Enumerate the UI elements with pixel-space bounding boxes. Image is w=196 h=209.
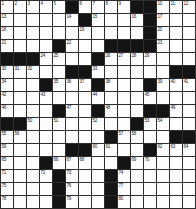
cell-r8-c1[interactable]: 42: [1, 92, 13, 104]
cell-r2-c5[interactable]: [53, 14, 65, 26]
cell-r11-c8[interactable]: [92, 131, 104, 143]
cell-r1-c14[interactable]: 11: [170, 1, 182, 13]
black-cell-r4-c9: [105, 40, 117, 52]
cell-r15-c13[interactable]: [157, 183, 169, 195]
cell-r13-c5[interactable]: 66: [53, 157, 65, 169]
cell-r7-c14[interactable]: 40: [170, 79, 182, 91]
cell-r7-c2[interactable]: [14, 79, 26, 91]
clue-number: 42: [2, 92, 7, 97]
cell-r1-c10[interactable]: 9: [118, 1, 130, 13]
cell-r4-c3[interactable]: [27, 40, 39, 52]
cell-r3-c1[interactable]: 18: [1, 27, 13, 39]
cell-r2-c1[interactable]: 13: [1, 14, 13, 26]
clue-number: 27: [119, 53, 124, 58]
cell-r15-c6[interactable]: 76: [66, 183, 78, 195]
cell-r2-c13[interactable]: 17: [157, 14, 169, 26]
clue-number: 77: [119, 183, 124, 188]
black-cell-r16-c9: [105, 196, 117, 208]
cell-r16-c14[interactable]: [170, 196, 182, 208]
cell-r12-c4[interactable]: [40, 144, 52, 156]
clue-number: 51: [54, 118, 59, 123]
cell-r16-c13[interactable]: [157, 196, 169, 208]
black-cell-r15-c5: [53, 183, 65, 195]
cell-r10-c5[interactable]: 51: [53, 118, 65, 130]
cell-r16-c15[interactable]: [183, 196, 195, 208]
cell-r6-c1[interactable]: 30: [1, 66, 13, 78]
cell-r1-c4[interactable]: 4: [40, 1, 52, 13]
black-cell-r12-c12: [144, 144, 156, 156]
cell-r14-c7[interactable]: [79, 170, 91, 182]
clue-number: 31: [15, 66, 20, 71]
cell-r13-c3[interactable]: [27, 157, 39, 169]
cell-r13-c1[interactable]: 65: [1, 157, 13, 169]
cell-r15-c7[interactable]: [79, 183, 91, 195]
clue-number: 45: [145, 92, 150, 97]
cell-r4-c15[interactable]: [183, 40, 195, 52]
clue-number: 43: [41, 92, 46, 97]
cell-r12-c2[interactable]: [14, 144, 26, 156]
cell-r11-c6[interactable]: [66, 131, 78, 143]
cell-r15-c15[interactable]: [183, 183, 195, 195]
cell-r14-c15[interactable]: [183, 170, 195, 182]
cell-r3-c4[interactable]: [40, 27, 52, 39]
black-cell-r15-c9: [105, 183, 117, 195]
cell-r5-c11[interactable]: 28: [131, 53, 143, 65]
clue-number: 76: [67, 183, 72, 188]
cell-r4-c13[interactable]: 23: [157, 40, 169, 52]
cell-r9-c4[interactable]: [40, 105, 52, 117]
black-cell-r3-c12: [144, 27, 156, 39]
cell-r5-c12[interactable]: 29: [144, 53, 156, 65]
cell-r13-c2[interactable]: [14, 157, 26, 169]
cell-r9-c10[interactable]: [118, 105, 130, 117]
cell-r13-c13[interactable]: [157, 157, 169, 169]
black-cell-r12-c7: [79, 144, 91, 156]
black-cell-r13-c10: [118, 157, 130, 169]
clue-number: 59: [2, 144, 7, 149]
cell-r13-c12[interactable]: 70: [144, 157, 156, 169]
black-cell-r1-c11: [131, 1, 143, 13]
cell-r5-c5[interactable]: 25: [53, 53, 65, 65]
black-cell-r7-c12: [144, 79, 156, 91]
cell-r12-c15[interactable]: 64: [183, 144, 195, 156]
cell-r7-c15[interactable]: 41: [183, 79, 195, 91]
cell-r6-c8[interactable]: 33: [92, 66, 104, 78]
cell-r10-c15[interactable]: [183, 118, 195, 130]
cell-r2-c11[interactable]: 16: [131, 14, 143, 26]
cell-r7-c9[interactable]: 38: [105, 79, 117, 91]
clue-number: 68: [80, 157, 85, 162]
crossword-grid: 1234567891011121314151617181920212223242…: [0, 0, 196, 209]
black-cell-r4-c11: [131, 40, 143, 52]
cell-r2-c9[interactable]: [105, 14, 117, 26]
black-cell-r1-c6: [66, 1, 78, 13]
cell-r10-c12[interactable]: 53: [144, 118, 156, 130]
cell-r15-c11[interactable]: [131, 183, 143, 195]
cell-r6-c5[interactable]: [53, 66, 65, 78]
clue-number: 53: [145, 118, 150, 123]
cell-r11-c3[interactable]: [27, 131, 39, 143]
cell-r2-c10[interactable]: [118, 14, 130, 26]
cell-r6-c9[interactable]: [105, 66, 117, 78]
cell-r11-c1[interactable]: 55: [1, 131, 13, 143]
black-cell-r9-c12: [144, 105, 156, 117]
black-cell-r9-c8: [92, 105, 104, 117]
cell-r15-c3[interactable]: [27, 183, 39, 195]
cell-r11-c12[interactable]: [144, 131, 156, 143]
cell-r14-c14[interactable]: [170, 170, 182, 182]
cell-r16-c3[interactable]: [27, 196, 39, 208]
cell-r3-c9[interactable]: [105, 27, 117, 39]
clue-number: 40: [171, 79, 176, 84]
clue-number: 28: [132, 53, 137, 58]
cell-r5-c14[interactable]: [170, 53, 182, 65]
cell-r4-c14[interactable]: [170, 40, 182, 52]
clue-number: 35: [54, 79, 59, 84]
cell-r8-c8[interactable]: 44: [92, 92, 104, 104]
clue-number: 32: [28, 66, 33, 71]
black-cell-r14-c9: [105, 170, 117, 182]
cell-r11-c2[interactable]: 56: [14, 131, 26, 143]
cell-r13-c8[interactable]: [92, 157, 104, 169]
black-cell-r9-c13: [157, 105, 169, 117]
clue-number: 8: [106, 1, 108, 6]
cell-r4-c8[interactable]: [92, 40, 104, 52]
cell-r7-c6[interactable]: 36: [66, 79, 78, 91]
cell-r10-c13[interactable]: 54: [157, 118, 169, 130]
black-cell-r12-c6: [66, 144, 78, 156]
cell-r10-c9[interactable]: [105, 118, 117, 130]
cell-r13-c6[interactable]: 67: [66, 157, 78, 169]
cell-r7-c11[interactable]: [131, 79, 143, 91]
cell-r15-c4[interactable]: [40, 183, 52, 195]
cell-r12-c11[interactable]: [131, 144, 143, 156]
cell-r5-c15[interactable]: [183, 53, 195, 65]
cell-r1-c3[interactable]: 3: [27, 1, 39, 13]
cell-r11-c11[interactable]: 58: [131, 131, 143, 143]
clue-number: 63: [171, 144, 176, 149]
cell-r12-c3[interactable]: [27, 144, 39, 156]
black-cell-r7-c8: [92, 79, 104, 91]
cell-r9-c15[interactable]: [183, 105, 195, 117]
cell-r12-c8[interactable]: 60: [92, 144, 104, 156]
cell-r15-c10[interactable]: 77: [118, 183, 130, 195]
black-cell-r11-c14: [170, 131, 182, 143]
cell-r8-c7[interactable]: [79, 92, 91, 104]
clue-number: 69: [132, 157, 137, 162]
clue-number: 13: [2, 14, 7, 19]
cell-r8-c14[interactable]: [170, 92, 182, 104]
clue-number: 24: [41, 53, 46, 58]
cell-r15-c1[interactable]: 75: [1, 183, 13, 195]
black-cell-r7-c4: [40, 79, 52, 91]
cell-r9-c3[interactable]: [27, 105, 39, 117]
cell-r1-c2[interactable]: 2: [14, 1, 26, 13]
clue-number: 55: [2, 131, 7, 136]
cell-r16-c7[interactable]: [79, 196, 91, 208]
cell-r14-c11[interactable]: [131, 170, 143, 182]
cell-r3-c14[interactable]: [170, 27, 182, 39]
cell-r2-c3[interactable]: [27, 14, 39, 26]
cell-r14-c8[interactable]: [92, 170, 104, 182]
cell-r6-c13[interactable]: [157, 66, 169, 78]
cell-r3-c7[interactable]: 19: [79, 27, 91, 39]
cell-r15-c8[interactable]: [92, 183, 104, 195]
cell-r4-c2[interactable]: [14, 40, 26, 52]
cell-r10-c14[interactable]: [170, 118, 182, 130]
cell-r14-c6[interactable]: 73: [66, 170, 78, 182]
cell-r11-c5[interactable]: [53, 131, 65, 143]
clue-number: 79: [67, 196, 72, 201]
clue-number: 26: [106, 53, 111, 58]
black-cell-r5-c3: [27, 53, 39, 65]
clue-number: 50: [28, 118, 33, 123]
cell-r10-c10[interactable]: [118, 118, 130, 130]
cell-r11-c13[interactable]: [157, 131, 169, 143]
cell-r8-c3[interactable]: [27, 92, 39, 104]
cell-r4-c7[interactable]: [79, 40, 91, 52]
cell-r12-c14[interactable]: 63: [170, 144, 182, 156]
cell-r7-c13[interactable]: 39: [157, 79, 169, 91]
cell-r6-c2[interactable]: 31: [14, 66, 26, 78]
cell-r2-c15[interactable]: [183, 14, 195, 26]
cell-r8-c13[interactable]: [157, 92, 169, 104]
clue-number: 46: [2, 105, 7, 110]
clue-number: 70: [145, 157, 150, 162]
clue-number: 39: [158, 79, 163, 84]
cell-r10-c8[interactable]: 52: [92, 118, 104, 130]
cell-r13-c15[interactable]: [183, 157, 195, 169]
cell-r10-c6[interactable]: [66, 118, 78, 130]
clue-number: 4: [41, 1, 43, 6]
black-cell-r6-c14: [170, 66, 182, 78]
cell-r7-c5[interactable]: 35: [53, 79, 65, 91]
clue-number: 30: [2, 66, 7, 71]
cell-r14-c13[interactable]: [157, 170, 169, 182]
clue-number: 62: [158, 144, 163, 149]
clue-number: 1: [2, 1, 4, 6]
cell-r1-c15[interactable]: 12: [183, 1, 195, 13]
cell-r8-c6[interactable]: [66, 92, 78, 104]
black-cell-r11-c15: [183, 131, 195, 143]
clue-number: 7: [93, 1, 95, 6]
cell-r9-c6[interactable]: 47: [66, 105, 78, 117]
clue-number: 10: [158, 1, 163, 6]
cell-r5-c13[interactable]: [157, 53, 169, 65]
cell-r12-c1[interactable]: 59: [1, 144, 13, 156]
cell-r7-c10[interactable]: [118, 79, 130, 91]
cell-r9-c2[interactable]: [14, 105, 26, 117]
cell-r13-c7[interactable]: 68: [79, 157, 91, 169]
clue-number: 38: [106, 79, 111, 84]
cell-r13-c14[interactable]: [170, 157, 182, 169]
black-cell-r1-c12: [144, 1, 156, 13]
clue-number: 52: [93, 118, 98, 123]
cell-r14-c4[interactable]: 72: [40, 170, 52, 182]
clue-number: 67: [67, 157, 72, 162]
black-cell-r6-c7: [79, 66, 91, 78]
cell-r8-c11[interactable]: [131, 92, 143, 104]
cell-r5-c7[interactable]: [79, 53, 91, 65]
clue-number: 6: [80, 1, 82, 6]
cell-r1-c8[interactable]: 7: [92, 1, 104, 13]
cell-r8-c10[interactable]: [118, 92, 130, 104]
cell-r3-c11[interactable]: [131, 27, 143, 39]
black-cell-r4-c10: [118, 40, 130, 52]
clue-number: 48: [106, 105, 111, 110]
cell-r11-c10[interactable]: 57: [118, 131, 130, 143]
cell-r5-c6[interactable]: [66, 53, 78, 65]
black-cell-r5-c8: [92, 53, 104, 65]
cell-r14-c2[interactable]: [14, 170, 26, 182]
cell-r16-c6[interactable]: 79: [66, 196, 78, 208]
clue-number: 73: [67, 170, 72, 175]
black-cell-r4-c5: [53, 40, 65, 52]
clue-number: 5: [54, 1, 56, 6]
cell-r4-c6[interactable]: 22: [66, 40, 78, 52]
cell-r5-c4[interactable]: 24: [40, 53, 52, 65]
clue-number: 57: [119, 131, 124, 136]
cell-r16-c2[interactable]: [14, 196, 26, 208]
clue-number: 9: [119, 1, 121, 6]
cell-r3-c6[interactable]: [66, 27, 78, 39]
clue-number: 44: [93, 92, 98, 97]
black-cell-r2-c7: [79, 14, 91, 26]
cell-r3-c8[interactable]: [92, 27, 104, 39]
cell-r12-c9[interactable]: 61: [105, 144, 117, 156]
cell-r12-c13[interactable]: 62: [157, 144, 169, 156]
cell-r6-c11[interactable]: [131, 66, 143, 78]
cell-r2-c14[interactable]: [170, 14, 182, 26]
clue-number: 18: [2, 27, 7, 32]
cell-r11-c4[interactable]: [40, 131, 52, 143]
clue-number: 19: [80, 27, 85, 32]
cell-r1-c9[interactable]: 8: [105, 1, 117, 13]
black-cell-r10-c2: [14, 118, 26, 130]
cell-r9-c7[interactable]: [79, 105, 91, 117]
clue-number: 56: [15, 131, 20, 136]
cell-r8-c4[interactable]: 43: [40, 92, 52, 104]
black-cell-r4-c12: [144, 40, 156, 52]
cell-r3-c15[interactable]: [183, 27, 195, 39]
cell-r14-c1[interactable]: 71: [1, 170, 13, 182]
cell-r3-c3[interactable]: [27, 27, 39, 39]
cell-r8-c5[interactable]: [53, 92, 65, 104]
cell-r7-c3[interactable]: [27, 79, 39, 91]
cell-r3-c10[interactable]: [118, 27, 130, 39]
cell-r9-c11[interactable]: [131, 105, 143, 117]
cell-r2-c8[interactable]: 15: [92, 14, 104, 26]
clue-number: 65: [2, 157, 7, 162]
cell-r2-c4[interactable]: [40, 14, 52, 26]
cell-r14-c3[interactable]: [27, 170, 39, 182]
cell-r13-c9[interactable]: [105, 157, 117, 169]
cell-r8-c12[interactable]: 45: [144, 92, 156, 104]
cell-r15-c14[interactable]: [170, 183, 182, 195]
black-cell-r14-c5: [53, 170, 65, 182]
clue-number: 66: [54, 157, 59, 162]
cell-r10-c7[interactable]: [79, 118, 91, 130]
cell-r16-c1[interactable]: 78: [1, 196, 13, 208]
cell-r15-c12[interactable]: [144, 183, 156, 195]
cell-r8-c9[interactable]: [105, 92, 117, 104]
black-cell-r6-c6: [66, 66, 78, 78]
cell-r14-c12[interactable]: [144, 170, 156, 182]
clue-number: 21: [2, 40, 7, 45]
cell-r6-c10[interactable]: [118, 66, 130, 78]
cell-r16-c11[interactable]: [131, 196, 143, 208]
cell-r16-c10[interactable]: 80: [118, 196, 130, 208]
cell-r1-c7[interactable]: 6: [79, 1, 91, 13]
cell-r12-c10[interactable]: [118, 144, 130, 156]
cell-r7-c7[interactable]: 37: [79, 79, 91, 91]
black-cell-r5-c2: [14, 53, 26, 65]
clue-number: 15: [93, 14, 98, 19]
cell-r6-c3[interactable]: 32: [27, 66, 39, 78]
clue-number: 47: [67, 105, 72, 110]
cell-r2-c6[interactable]: 14: [66, 14, 78, 26]
black-cell-r16-c5: [53, 196, 65, 208]
cell-r16-c12[interactable]: [144, 196, 156, 208]
cell-r4-c1[interactable]: 21: [1, 40, 13, 52]
cell-r1-c13[interactable]: 10: [157, 1, 169, 13]
clue-number: 14: [67, 14, 72, 19]
cell-r4-c4[interactable]: [40, 40, 52, 52]
clue-number: 25: [54, 53, 59, 58]
cell-r10-c3[interactable]: 50: [27, 118, 39, 130]
cell-r2-c2[interactable]: [14, 14, 26, 26]
cell-r3-c2[interactable]: [14, 27, 26, 39]
clue-number: 60: [93, 144, 98, 149]
crossword-puzzle: 1234567891011121314151617181920212223242…: [0, 0, 196, 209]
clue-number: 61: [106, 144, 111, 149]
clue-number: 20: [158, 27, 163, 32]
cell-r16-c4[interactable]: [40, 196, 52, 208]
cell-r5-c10[interactable]: 27: [118, 53, 130, 65]
cell-r8-c2[interactable]: [14, 92, 26, 104]
cell-r9-c9[interactable]: 48: [105, 105, 117, 117]
clue-number: 34: [2, 79, 7, 84]
cell-r3-c5[interactable]: [53, 27, 65, 39]
cell-r3-c13[interactable]: 20: [157, 27, 169, 39]
clue-number: 41: [184, 79, 189, 84]
clue-number: 16: [132, 14, 137, 19]
cell-r16-c8[interactable]: [92, 196, 104, 208]
cell-r1-c1[interactable]: 1: [1, 1, 13, 13]
cell-r7-c1[interactable]: 34: [1, 79, 13, 91]
black-cell-r11-c9: [105, 131, 117, 143]
cell-r12-c5[interactable]: [53, 144, 65, 156]
cell-r15-c2[interactable]: [14, 183, 26, 195]
clue-number: 23: [158, 40, 163, 45]
black-cell-r10-c11: [131, 118, 143, 130]
cell-r6-c12[interactable]: [144, 66, 156, 78]
cell-r9-c14[interactable]: 49: [170, 105, 182, 117]
cell-r13-c11[interactable]: 69: [131, 157, 143, 169]
clue-number: 49: [171, 105, 176, 110]
cell-r11-c7[interactable]: [79, 131, 91, 143]
cell-r8-c15[interactable]: [183, 92, 195, 104]
clue-number: 17: [158, 14, 163, 19]
cell-r1-c5[interactable]: 5: [53, 1, 65, 13]
clue-number: 75: [2, 183, 7, 188]
cell-r6-c4[interactable]: [40, 66, 52, 78]
clue-number: 12: [184, 1, 189, 6]
cell-r5-c9[interactable]: 26: [105, 53, 117, 65]
cell-r14-c10[interactable]: 74: [118, 170, 130, 182]
cell-r10-c4[interactable]: [40, 118, 52, 130]
cell-r9-c1[interactable]: 46: [1, 105, 13, 117]
